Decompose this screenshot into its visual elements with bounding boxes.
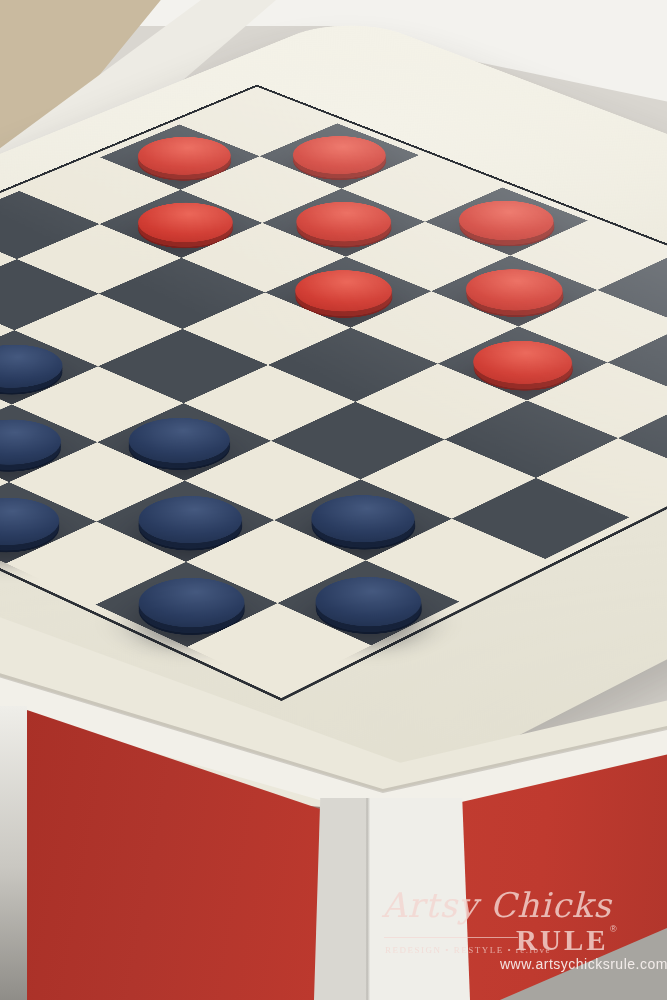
registered-trademark-icon: ®	[610, 924, 617, 934]
watermark-divider-line	[384, 937, 518, 938]
watermark-url: www.artsychicksrule.com	[500, 956, 667, 972]
watermark-script-text: Artsy Chicks	[382, 888, 662, 922]
watermark-tagline: REDESIGN • RESTYLE • re.love	[385, 945, 551, 955]
watermark: Artsy Chicks RULE ® REDESIGN • RESTYLE •…	[378, 888, 663, 980]
table-leg-left	[0, 706, 27, 1000]
